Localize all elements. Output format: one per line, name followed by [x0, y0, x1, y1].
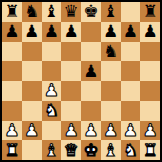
white-queen-icon: ♛: [64, 141, 79, 160]
square-f8[interactable]: ♝: [101, 2, 121, 22]
square-a2[interactable]: ♟: [2, 121, 22, 141]
square-d5[interactable]: [61, 61, 81, 81]
square-e7[interactable]: [81, 22, 101, 42]
square-f5[interactable]: [101, 61, 121, 81]
square-d8[interactable]: ♛: [61, 2, 81, 22]
square-f1[interactable]: ♝: [101, 140, 121, 160]
square-a7[interactable]: ♟: [2, 22, 22, 42]
black-pawn-icon: ♟: [123, 22, 138, 41]
square-f7[interactable]: ♟: [101, 22, 121, 42]
square-g1[interactable]: ♞: [121, 140, 141, 160]
square-d1[interactable]: ♛: [61, 140, 81, 160]
square-b8[interactable]: ♞: [22, 2, 42, 22]
square-g8[interactable]: [121, 2, 141, 22]
square-g7[interactable]: ♟: [121, 22, 141, 42]
square-a4[interactable]: [2, 81, 22, 101]
square-b6[interactable]: [22, 42, 42, 62]
black-king-icon: ♚: [83, 2, 98, 21]
square-h7[interactable]: ♟: [140, 22, 160, 42]
square-e2[interactable]: ♟: [81, 121, 101, 141]
square-b2[interactable]: ♟: [22, 121, 42, 141]
black-bishop-icon: ♝: [44, 2, 59, 21]
square-a6[interactable]: [2, 42, 22, 62]
square-h1[interactable]: ♜: [140, 140, 160, 160]
square-f6[interactable]: ♞: [101, 42, 121, 62]
square-e4[interactable]: [81, 81, 101, 101]
square-a5[interactable]: [2, 61, 22, 81]
white-pawn-icon: ♟: [123, 121, 138, 140]
white-pawn-icon: ♟: [103, 121, 118, 140]
square-c8[interactable]: ♝: [42, 2, 62, 22]
square-d6[interactable]: [61, 42, 81, 62]
square-c7[interactable]: ♟: [42, 22, 62, 42]
square-b7[interactable]: ♟: [22, 22, 42, 42]
square-h4[interactable]: [140, 81, 160, 101]
square-h3[interactable]: [140, 101, 160, 121]
square-d2[interactable]: ♟: [61, 121, 81, 141]
white-rook-icon: ♜: [143, 141, 158, 160]
square-g4[interactable]: [121, 81, 141, 101]
black-pawn-icon: ♟: [83, 62, 98, 81]
square-h2[interactable]: ♟: [140, 121, 160, 141]
square-e8[interactable]: ♚: [81, 2, 101, 22]
square-g2[interactable]: ♟: [121, 121, 141, 141]
white-bishop-icon: ♝: [103, 141, 118, 160]
white-knight-icon: ♞: [44, 101, 59, 120]
square-c1[interactable]: ♝: [42, 140, 62, 160]
white-pawn-icon: ♟: [64, 121, 79, 140]
square-e6[interactable]: [81, 42, 101, 62]
black-pawn-icon: ♟: [4, 22, 19, 41]
white-knight-icon: ♞: [123, 141, 138, 160]
white-rook-icon: ♜: [4, 141, 19, 160]
black-rook-icon: ♜: [4, 2, 19, 21]
square-c3[interactable]: ♞: [42, 101, 62, 121]
black-knight-icon: ♞: [103, 42, 118, 61]
square-a3[interactable]: [2, 101, 22, 121]
square-b5[interactable]: [22, 61, 42, 81]
black-queen-icon: ♛: [64, 2, 79, 21]
square-h5[interactable]: [140, 61, 160, 81]
square-a8[interactable]: ♜: [2, 2, 22, 22]
square-b1[interactable]: [22, 140, 42, 160]
white-pawn-icon: ♟: [24, 121, 39, 140]
square-f2[interactable]: ♟: [101, 121, 121, 141]
square-h8[interactable]: ♜: [140, 2, 160, 22]
black-pawn-icon: ♟: [44, 22, 59, 41]
black-knight-icon: ♞: [24, 2, 39, 21]
square-g6[interactable]: [121, 42, 141, 62]
square-g5[interactable]: [121, 61, 141, 81]
square-e3[interactable]: [81, 101, 101, 121]
chess-board: ♜♞♝♛♚♝♜♟♟♟♟♟♟♟♞♟♟♞♟♟♟♟♟♟♟♜♝♛♚♝♞♜: [0, 0, 162, 162]
white-pawn-icon: ♟: [44, 81, 59, 100]
square-d7[interactable]: ♟: [61, 22, 81, 42]
square-h6[interactable]: [140, 42, 160, 62]
square-g3[interactable]: [121, 101, 141, 121]
square-c4[interactable]: ♟: [42, 81, 62, 101]
black-rook-icon: ♜: [143, 2, 158, 21]
square-a1[interactable]: ♜: [2, 140, 22, 160]
white-pawn-icon: ♟: [83, 121, 98, 140]
square-f3[interactable]: [101, 101, 121, 121]
square-d3[interactable]: [61, 101, 81, 121]
square-c2[interactable]: [42, 121, 62, 141]
square-c6[interactable]: [42, 42, 62, 62]
black-pawn-icon: ♟: [103, 22, 118, 41]
white-bishop-icon: ♝: [44, 141, 59, 160]
square-b4[interactable]: [22, 81, 42, 101]
black-pawn-icon: ♟: [64, 22, 79, 41]
white-king-icon: ♚: [83, 141, 98, 160]
black-bishop-icon: ♝: [103, 2, 118, 21]
square-b3[interactable]: [22, 101, 42, 121]
square-e1[interactable]: ♚: [81, 140, 101, 160]
square-d4[interactable]: [61, 81, 81, 101]
square-c5[interactable]: [42, 61, 62, 81]
black-pawn-icon: ♟: [143, 22, 158, 41]
square-f4[interactable]: [101, 81, 121, 101]
white-pawn-icon: ♟: [4, 121, 19, 140]
square-e5[interactable]: ♟: [81, 61, 101, 81]
black-pawn-icon: ♟: [24, 22, 39, 41]
white-pawn-icon: ♟: [143, 121, 158, 140]
